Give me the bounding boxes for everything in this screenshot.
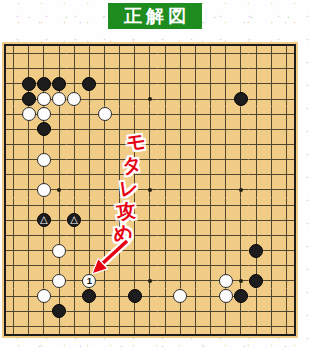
board-cell[interactable] (249, 167, 264, 182)
board-cell[interactable] (173, 122, 188, 137)
board-cell[interactable] (51, 137, 66, 152)
board-cell[interactable] (158, 76, 173, 91)
board-cell[interactable] (21, 91, 36, 106)
board-cell[interactable] (51, 243, 66, 258)
board-cell[interactable] (218, 228, 233, 243)
board-cell[interactable] (51, 319, 66, 334)
board-cell[interactable] (203, 258, 218, 273)
board-cell[interactable] (112, 46, 127, 61)
board-cell[interactable] (82, 258, 97, 273)
board-cell[interactable] (127, 258, 142, 273)
board-cell[interactable] (158, 289, 173, 304)
board-cell[interactable] (279, 76, 294, 91)
board-cell[interactable] (233, 243, 248, 258)
board-cell[interactable] (218, 289, 233, 304)
board-cell[interactable] (233, 228, 248, 243)
board-cell[interactable] (142, 107, 157, 122)
board-cell[interactable] (67, 152, 82, 167)
board-cell[interactable] (233, 107, 248, 122)
board-cell[interactable] (249, 182, 264, 197)
board-cell[interactable] (188, 213, 203, 228)
board-cell[interactable] (36, 228, 51, 243)
board-cell[interactable] (6, 228, 21, 243)
board-cell[interactable] (264, 213, 279, 228)
board-cell[interactable] (279, 107, 294, 122)
board-cell[interactable] (36, 289, 51, 304)
board-cell[interactable] (127, 304, 142, 319)
board-cell[interactable] (21, 107, 36, 122)
board-cell[interactable] (21, 213, 36, 228)
board-cell[interactable] (51, 122, 66, 137)
board-cell[interactable] (218, 243, 233, 258)
board-cell[interactable] (82, 76, 97, 91)
board-cell[interactable] (218, 304, 233, 319)
board-cell[interactable] (218, 91, 233, 106)
board-cell[interactable] (203, 319, 218, 334)
board-cell[interactable] (82, 243, 97, 258)
board-cell[interactable] (67, 46, 82, 61)
board-cell[interactable] (67, 91, 82, 106)
board-cell[interactable] (82, 213, 97, 228)
board-cell[interactable] (127, 198, 142, 213)
board-cell[interactable] (264, 289, 279, 304)
board-cell[interactable] (158, 182, 173, 197)
board-cell[interactable] (82, 107, 97, 122)
board-cell[interactable] (127, 152, 142, 167)
board-cell[interactable] (6, 46, 21, 61)
board-cell[interactable] (218, 258, 233, 273)
board-cell[interactable] (279, 273, 294, 288)
board-cell[interactable] (218, 152, 233, 167)
board-cell[interactable] (142, 76, 157, 91)
board-cell[interactable] (264, 258, 279, 273)
board-cell[interactable] (264, 152, 279, 167)
board-cell[interactable] (51, 152, 66, 167)
board-cell[interactable] (279, 122, 294, 137)
board-cell[interactable] (233, 167, 248, 182)
board-cell[interactable] (188, 289, 203, 304)
board-cell[interactable] (249, 213, 264, 228)
board-cell[interactable] (36, 137, 51, 152)
board-cell[interactable] (112, 61, 127, 76)
board-cell[interactable] (36, 46, 51, 61)
board-cell[interactable] (264, 46, 279, 61)
board-cell[interactable] (279, 243, 294, 258)
board-cell[interactable] (188, 304, 203, 319)
board-cell[interactable] (203, 122, 218, 137)
board-cell[interactable] (249, 228, 264, 243)
board-cell[interactable] (97, 228, 112, 243)
board-cell[interactable] (112, 167, 127, 182)
board-cell[interactable] (67, 258, 82, 273)
board-cell[interactable] (51, 258, 66, 273)
board-cell[interactable] (203, 243, 218, 258)
board-cell[interactable] (6, 107, 21, 122)
board-cell[interactable] (112, 319, 127, 334)
board-cell[interactable] (112, 122, 127, 137)
board-cell[interactable] (82, 152, 97, 167)
board-cell[interactable] (82, 137, 97, 152)
board-cell[interactable] (264, 76, 279, 91)
board-cell[interactable] (158, 91, 173, 106)
board-cell[interactable] (233, 137, 248, 152)
board-cell[interactable] (173, 76, 188, 91)
board-cell[interactable] (127, 46, 142, 61)
board-cell[interactable] (21, 198, 36, 213)
board-cell[interactable] (67, 61, 82, 76)
board-cell[interactable] (249, 304, 264, 319)
board-cell[interactable] (188, 228, 203, 243)
board-cell[interactable] (264, 167, 279, 182)
board-cell[interactable] (82, 91, 97, 106)
board-cell[interactable] (36, 61, 51, 76)
board-cell[interactable] (203, 213, 218, 228)
board-cell[interactable] (97, 304, 112, 319)
board-cell[interactable] (233, 273, 248, 288)
board-cell[interactable] (21, 152, 36, 167)
board-cell[interactable] (203, 228, 218, 243)
board-cell[interactable] (279, 91, 294, 106)
board-cell[interactable] (142, 122, 157, 137)
board-cell[interactable] (203, 167, 218, 182)
board-cell[interactable] (127, 137, 142, 152)
board-cell[interactable] (158, 228, 173, 243)
board-cell[interactable] (249, 319, 264, 334)
board-cell[interactable] (67, 289, 82, 304)
board-cell[interactable] (173, 304, 188, 319)
board-cell[interactable] (203, 137, 218, 152)
board-cell[interactable] (6, 152, 21, 167)
board-cell[interactable] (142, 228, 157, 243)
board-cell[interactable] (142, 319, 157, 334)
board-cell[interactable] (6, 182, 21, 197)
board-cell[interactable] (127, 213, 142, 228)
board-cell[interactable] (127, 107, 142, 122)
board-cell[interactable] (67, 243, 82, 258)
board-cell[interactable] (233, 122, 248, 137)
board-cell[interactable] (21, 304, 36, 319)
board-cell[interactable] (233, 198, 248, 213)
board-cell[interactable] (127, 228, 142, 243)
board-cell[interactable] (142, 137, 157, 152)
board-cell[interactable] (51, 228, 66, 243)
board-cell[interactable] (218, 46, 233, 61)
board-cell[interactable] (218, 122, 233, 137)
board-cell[interactable] (112, 243, 127, 258)
board-cell[interactable] (67, 137, 82, 152)
board-cell[interactable] (127, 182, 142, 197)
board-cell[interactable] (279, 228, 294, 243)
board-cell[interactable] (249, 76, 264, 91)
board-cell[interactable] (158, 258, 173, 273)
board-cell[interactable] (112, 258, 127, 273)
board-cell[interactable] (112, 76, 127, 91)
board-cell[interactable] (249, 61, 264, 76)
board-cell[interactable] (203, 182, 218, 197)
board-cell[interactable] (6, 122, 21, 137)
board-cell[interactable] (97, 122, 112, 137)
board-cell[interactable] (36, 182, 51, 197)
board-cell[interactable] (127, 289, 142, 304)
board-cell[interactable] (97, 76, 112, 91)
board-cell[interactable] (158, 304, 173, 319)
board-cell[interactable] (158, 243, 173, 258)
board-cell[interactable] (142, 167, 157, 182)
board-cell[interactable] (97, 46, 112, 61)
board-cell[interactable] (158, 152, 173, 167)
board-cell[interactable] (203, 76, 218, 91)
board-cell[interactable] (264, 122, 279, 137)
board-cell[interactable] (36, 167, 51, 182)
board-cell[interactable] (249, 289, 264, 304)
board-cell[interactable] (188, 182, 203, 197)
board-cell[interactable] (127, 319, 142, 334)
board-cell[interactable] (21, 319, 36, 334)
board-cell[interactable] (82, 61, 97, 76)
board-cell[interactable] (158, 122, 173, 137)
board-cell[interactable] (67, 319, 82, 334)
board-cell[interactable] (218, 167, 233, 182)
board-cell[interactable] (279, 182, 294, 197)
board-cell[interactable] (142, 273, 157, 288)
board-cell[interactable] (218, 107, 233, 122)
board-cell[interactable] (6, 61, 21, 76)
board-cell[interactable] (203, 46, 218, 61)
board-cell[interactable] (173, 137, 188, 152)
board-cell[interactable] (112, 91, 127, 106)
board-cell[interactable] (36, 122, 51, 137)
board-cell[interactable] (203, 198, 218, 213)
board-cell[interactable] (112, 213, 127, 228)
board-cell[interactable] (112, 152, 127, 167)
board-cell[interactable] (264, 198, 279, 213)
board-cell[interactable] (21, 182, 36, 197)
board-cell[interactable] (82, 182, 97, 197)
board-cell[interactable] (279, 319, 294, 334)
board-cell[interactable] (36, 319, 51, 334)
board-cell[interactable] (233, 289, 248, 304)
board-cell[interactable] (264, 304, 279, 319)
board-cell[interactable] (112, 107, 127, 122)
board-cell[interactable] (173, 91, 188, 106)
board-cell[interactable] (142, 289, 157, 304)
board-cell[interactable] (82, 289, 97, 304)
board-cell[interactable] (142, 243, 157, 258)
board-cell[interactable] (21, 61, 36, 76)
board-cell[interactable] (6, 137, 21, 152)
board-cell[interactable] (279, 258, 294, 273)
board-cell[interactable] (97, 91, 112, 106)
board-cell[interactable] (173, 289, 188, 304)
board-cell[interactable] (158, 198, 173, 213)
board-cell[interactable] (249, 122, 264, 137)
board-cell[interactable] (6, 258, 21, 273)
board-cell[interactable] (173, 273, 188, 288)
board-cell[interactable] (67, 198, 82, 213)
board-cell[interactable] (67, 167, 82, 182)
board-cell[interactable] (279, 167, 294, 182)
board-cell[interactable] (158, 61, 173, 76)
board-cell[interactable] (279, 198, 294, 213)
board-cell[interactable] (203, 152, 218, 167)
board-cell[interactable] (112, 182, 127, 197)
board-cell[interactable] (112, 273, 127, 288)
board-cell[interactable] (279, 46, 294, 61)
board-cell[interactable] (173, 167, 188, 182)
board-cell[interactable] (218, 213, 233, 228)
board-cell[interactable] (6, 273, 21, 288)
board-cell[interactable] (21, 46, 36, 61)
board-cell[interactable] (36, 152, 51, 167)
board-cell[interactable] (233, 258, 248, 273)
board-cell[interactable] (158, 319, 173, 334)
board-cell[interactable] (6, 91, 21, 106)
board-cell[interactable] (188, 91, 203, 106)
board-cell[interactable] (6, 198, 21, 213)
board-cell[interactable] (51, 91, 66, 106)
board-cell[interactable] (249, 198, 264, 213)
board-cell[interactable] (97, 182, 112, 197)
board-cell[interactable] (97, 167, 112, 182)
board-cell[interactable] (173, 198, 188, 213)
board-cell[interactable] (6, 213, 21, 228)
board-cell[interactable] (97, 213, 112, 228)
board-cell[interactable] (127, 61, 142, 76)
board-cell[interactable] (264, 107, 279, 122)
board-cell[interactable] (203, 61, 218, 76)
board-cell[interactable] (218, 137, 233, 152)
board-cell[interactable] (21, 243, 36, 258)
board-cell[interactable] (127, 91, 142, 106)
board-cell[interactable] (142, 61, 157, 76)
board-cell[interactable] (233, 152, 248, 167)
board-cell[interactable] (264, 319, 279, 334)
board-cell[interactable] (188, 122, 203, 137)
board-cell[interactable] (158, 137, 173, 152)
board-cell[interactable] (51, 167, 66, 182)
board-cell[interactable] (127, 76, 142, 91)
board-cell[interactable] (188, 273, 203, 288)
board-cell[interactable] (36, 243, 51, 258)
board-cell[interactable] (279, 137, 294, 152)
board-cell[interactable] (97, 273, 112, 288)
board-cell[interactable] (21, 76, 36, 91)
board-cell[interactable] (249, 46, 264, 61)
board-cell[interactable] (51, 46, 66, 61)
board-cell[interactable] (67, 228, 82, 243)
board-cell[interactable] (218, 182, 233, 197)
board-cell[interactable] (97, 198, 112, 213)
board-cell[interactable] (127, 273, 142, 288)
board-cell[interactable] (51, 273, 66, 288)
board-cell[interactable] (21, 167, 36, 182)
board-cell[interactable] (233, 76, 248, 91)
board-cell[interactable] (67, 273, 82, 288)
board-cell[interactable] (51, 61, 66, 76)
board-cell[interactable] (67, 122, 82, 137)
board-cell[interactable] (97, 243, 112, 258)
board-cell[interactable] (36, 107, 51, 122)
board-cell[interactable] (233, 61, 248, 76)
board-cell[interactable] (158, 167, 173, 182)
board-cell[interactable] (218, 198, 233, 213)
board-cell[interactable] (158, 46, 173, 61)
board-cell[interactable] (233, 91, 248, 106)
board-cell[interactable] (112, 289, 127, 304)
board-cell[interactable] (82, 122, 97, 137)
board-cell[interactable] (21, 289, 36, 304)
board-cell[interactable] (249, 243, 264, 258)
board-cell[interactable] (51, 304, 66, 319)
board-cell[interactable] (158, 107, 173, 122)
board-cell[interactable] (6, 76, 21, 91)
board-cell[interactable] (82, 319, 97, 334)
board-cell[interactable] (203, 289, 218, 304)
board-cell[interactable] (158, 213, 173, 228)
board-cell[interactable] (142, 304, 157, 319)
board-cell[interactable] (36, 198, 51, 213)
board-cell[interactable] (233, 46, 248, 61)
board-cell[interactable] (97, 258, 112, 273)
board-cell[interactable] (51, 198, 66, 213)
board-cell[interactable] (6, 243, 21, 258)
board-cell[interactable] (51, 289, 66, 304)
board-cell[interactable] (97, 152, 112, 167)
board-cell[interactable] (36, 76, 51, 91)
board-cell[interactable] (158, 273, 173, 288)
board-cell[interactable] (264, 243, 279, 258)
board-cell[interactable] (188, 76, 203, 91)
board-cell[interactable] (142, 213, 157, 228)
board-cell[interactable] (279, 304, 294, 319)
board-cell[interactable] (173, 243, 188, 258)
board-cell[interactable] (264, 61, 279, 76)
board-cell[interactable]: △ (36, 213, 51, 228)
board-cell[interactable] (51, 76, 66, 91)
board-cell[interactable] (203, 273, 218, 288)
board-cell[interactable] (36, 273, 51, 288)
board-cell[interactable] (173, 182, 188, 197)
board-cell[interactable] (142, 91, 157, 106)
board-cell[interactable] (82, 228, 97, 243)
board-cell[interactable] (279, 61, 294, 76)
board-cell[interactable] (142, 198, 157, 213)
board-cell[interactable] (173, 213, 188, 228)
board-cell[interactable] (51, 213, 66, 228)
board-cell[interactable] (142, 182, 157, 197)
board-cell[interactable] (203, 107, 218, 122)
board-cell[interactable] (6, 289, 21, 304)
board-cell[interactable] (36, 258, 51, 273)
board-cell[interactable] (173, 61, 188, 76)
board-cell[interactable] (6, 319, 21, 334)
board-cell[interactable] (188, 46, 203, 61)
board-cell[interactable]: 1 (82, 273, 97, 288)
board-cell[interactable] (173, 107, 188, 122)
board-cell[interactable] (188, 258, 203, 273)
board-cell[interactable] (218, 76, 233, 91)
board-cell[interactable] (21, 122, 36, 137)
board-cell[interactable] (173, 46, 188, 61)
board-cell[interactable] (264, 137, 279, 152)
board-cell[interactable] (218, 319, 233, 334)
board-cell[interactable] (97, 107, 112, 122)
board-cell[interactable] (218, 273, 233, 288)
board-cell[interactable] (188, 137, 203, 152)
board-cell[interactable] (279, 289, 294, 304)
board-cell[interactable] (67, 107, 82, 122)
board-cell[interactable] (112, 198, 127, 213)
